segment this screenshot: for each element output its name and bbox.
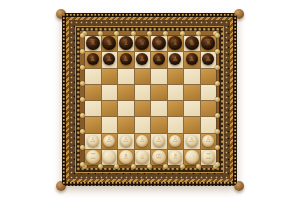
product-photo-scene: ♜♞♝♛♚♝♞♜♟♟♟♟♟♟♟♟♙♙♙♙♙♙♙♙♖♘♗♕♔♗♘♖ (0, 0, 300, 200)
square-d7: ♟ (135, 52, 151, 67)
frame-band-zigzag: ♜♞♝♛♚♝♞♜♟♟♟♟♟♟♟♟♙♙♙♙♙♙♙♙♖♘♗♕♔♗♘♖ (66, 17, 233, 182)
brass-stud-left (80, 129, 85, 134)
piece-dark-pawn: ♟ (186, 53, 198, 65)
brass-stud-left (80, 49, 85, 54)
brass-stud-right (215, 129, 220, 134)
square-f3 (168, 117, 184, 132)
square-h5 (201, 85, 217, 100)
square-g7: ♟ (184, 52, 200, 67)
brass-stud-left (80, 33, 85, 38)
square-d3 (135, 117, 151, 132)
piece-dark-rook: ♜ (201, 36, 215, 50)
piece-light-queen: ♕ (135, 150, 149, 164)
piece-dark-king: ♚ (152, 36, 166, 50)
brass-stud-right (215, 65, 220, 70)
square-b4 (102, 101, 118, 116)
square-f7: ♟ (168, 52, 184, 67)
square-b2: ♙ (102, 134, 118, 149)
piece-light-pawn: ♙ (186, 135, 198, 147)
square-g4 (184, 101, 200, 116)
square-h4 (201, 101, 217, 116)
square-h3 (201, 117, 217, 132)
piece-light-pawn: ♙ (87, 135, 99, 147)
square-c3 (118, 117, 134, 132)
square-g3 (184, 117, 200, 132)
square-e7: ♟ (151, 52, 167, 67)
square-h8: ♜ (201, 36, 217, 51)
square-c6 (118, 69, 134, 84)
square-b1: ♘ (102, 150, 118, 165)
square-h6 (201, 69, 217, 84)
stud-strip: ♜♞♝♛♚♝♞♜♟♟♟♟♟♟♟♟♙♙♙♙♙♙♙♙♖♘♗♕♔♗♘♖ (80, 31, 219, 168)
square-g6 (184, 69, 200, 84)
brass-stud-right (215, 113, 220, 118)
square-d8: ♛ (135, 36, 151, 51)
square-f5 (168, 85, 184, 100)
square-a7: ♟ (85, 52, 101, 67)
square-e2: ♙ (151, 134, 167, 149)
brass-stud-left (80, 97, 85, 102)
brass-stud-top (114, 31, 119, 36)
piece-light-pawn: ♙ (136, 135, 148, 147)
brass-stud-right (215, 145, 220, 150)
square-e3 (151, 117, 167, 132)
brass-stud-left (80, 65, 85, 70)
brass-stud-bottom (98, 164, 103, 169)
piece-dark-knight: ♞ (185, 36, 199, 50)
brass-stud-left (80, 81, 85, 86)
piece-dark-pawn: ♟ (153, 53, 165, 65)
square-h2: ♙ (201, 134, 217, 149)
frame-band-chain: ♜♞♝♛♚♝♞♜♟♟♟♟♟♟♟♟♙♙♙♙♙♙♙♙♖♘♗♕♔♗♘♖ (75, 26, 224, 173)
square-e5 (151, 85, 167, 100)
square-c4 (118, 101, 134, 116)
square-e1: ♔ (151, 150, 167, 165)
square-f4 (168, 101, 184, 116)
square-f2: ♙ (168, 134, 184, 149)
piece-light-king: ♔ (152, 150, 166, 164)
brass-stud-top (196, 31, 201, 36)
square-b8: ♞ (102, 36, 118, 51)
square-g8: ♞ (184, 36, 200, 51)
square-a2: ♙ (85, 134, 101, 149)
brass-stud-top (163, 31, 168, 36)
piece-dark-pawn: ♟ (103, 53, 115, 65)
piece-light-knight: ♘ (102, 150, 116, 164)
square-h7: ♟ (201, 52, 217, 67)
piece-light-pawn: ♙ (169, 135, 181, 147)
brass-stud-bottom (147, 164, 152, 169)
brass-stud-bottom (131, 164, 136, 169)
brass-stud-right (215, 81, 220, 86)
brass-stud-top (147, 31, 152, 36)
square-b5 (102, 85, 118, 100)
square-d6 (135, 69, 151, 84)
square-e8: ♚ (151, 36, 167, 51)
square-a3 (85, 117, 101, 132)
piece-dark-bishop: ♝ (168, 36, 182, 50)
brass-stud-bottom (114, 164, 119, 169)
square-g1: ♘ (184, 150, 200, 165)
square-f6 (168, 69, 184, 84)
brass-stud-left (80, 162, 85, 167)
square-h1: ♖ (201, 150, 217, 165)
carved-wooden-board-frame: ♜♞♝♛♚♝♞♜♟♟♟♟♟♟♟♟♙♙♙♙♙♙♙♙♖♘♗♕♔♗♘♖ (62, 13, 237, 186)
square-d4 (135, 101, 151, 116)
square-c2: ♙ (118, 134, 134, 149)
square-b6 (102, 69, 118, 84)
square-f1: ♗ (168, 150, 184, 165)
piece-light-pawn: ♙ (202, 135, 214, 147)
brass-stud-right (215, 33, 220, 38)
frame-band-beaded-edge: ♜♞♝♛♚♝♞♜♟♟♟♟♟♟♟♟♙♙♙♙♙♙♙♙♖♘♗♕♔♗♘♖ (62, 13, 237, 186)
brass-stud-top (180, 31, 185, 36)
piece-light-bishop: ♗ (119, 150, 133, 164)
piece-dark-pawn: ♟ (169, 53, 181, 65)
square-g5 (184, 85, 200, 100)
square-e4 (151, 101, 167, 116)
piece-dark-pawn: ♟ (87, 53, 99, 65)
piece-light-knight: ♘ (185, 150, 199, 164)
square-a8: ♜ (85, 36, 101, 51)
square-a5 (85, 85, 101, 100)
piece-light-rook: ♖ (86, 150, 100, 164)
piece-light-pawn: ♙ (103, 135, 115, 147)
square-g2: ♙ (184, 134, 200, 149)
square-c8: ♝ (118, 36, 134, 51)
square-b7: ♟ (102, 52, 118, 67)
brass-stud-bottom (180, 164, 185, 169)
square-d2: ♙ (135, 134, 151, 149)
chess-board: ♜♞♝♛♚♝♞♜♟♟♟♟♟♟♟♟♙♙♙♙♙♙♙♙♖♘♗♕♔♗♘♖ (84, 35, 217, 166)
piece-dark-queen: ♛ (135, 36, 149, 50)
square-b3 (102, 117, 118, 132)
piece-light-pawn: ♙ (153, 135, 165, 147)
square-d1: ♕ (135, 150, 151, 165)
piece-dark-rook: ♜ (86, 36, 100, 50)
brass-stud-right (215, 97, 220, 102)
piece-light-rook: ♖ (201, 150, 215, 164)
square-c5 (118, 85, 134, 100)
square-a1: ♖ (85, 150, 101, 165)
brass-stud-top (98, 31, 103, 36)
frame-band-speckled: ♜♞♝♛♚♝♞♜♟♟♟♟♟♟♟♟♙♙♙♙♙♙♙♙♖♘♗♕♔♗♘♖ (69, 20, 230, 179)
piece-dark-pawn: ♟ (202, 53, 214, 65)
square-c7: ♟ (118, 52, 134, 67)
square-a4 (85, 101, 101, 116)
piece-dark-knight: ♞ (102, 36, 116, 50)
brass-stud-top (131, 31, 136, 36)
piece-dark-bishop: ♝ (119, 36, 133, 50)
piece-light-pawn: ♙ (120, 135, 132, 147)
brass-stud-right (215, 49, 220, 54)
brass-stud-left (80, 145, 85, 150)
square-c1: ♗ (118, 150, 134, 165)
square-a6 (85, 69, 101, 84)
brass-stud-right (215, 162, 220, 167)
brass-stud-left (80, 113, 85, 118)
square-f8: ♝ (168, 36, 184, 51)
piece-dark-pawn: ♟ (120, 53, 132, 65)
piece-light-bishop: ♗ (168, 150, 182, 164)
brass-stud-bottom (163, 164, 168, 169)
square-d5 (135, 85, 151, 100)
brass-stud-bottom (196, 164, 201, 169)
square-e6 (151, 69, 167, 84)
piece-dark-pawn: ♟ (136, 53, 148, 65)
